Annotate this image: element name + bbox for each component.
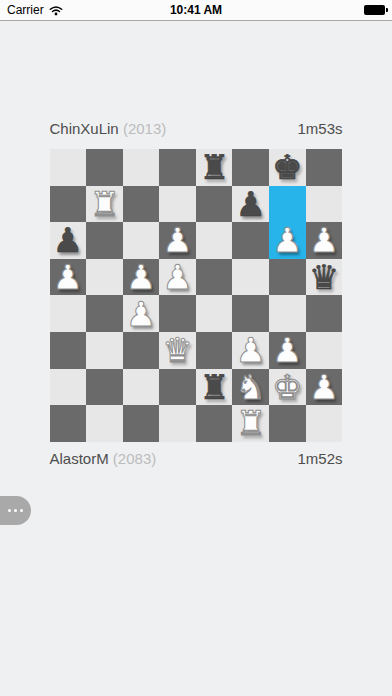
square-f3[interactable]: ♟ (232, 332, 269, 369)
opponent-row: ChinXuLin (2013) 1m53s (50, 120, 343, 142)
square-e2[interactable]: ♜ (196, 369, 233, 406)
square-h7[interactable] (306, 186, 343, 223)
piece-white-pawn: ♟ (53, 260, 83, 294)
square-c2[interactable] (123, 369, 160, 406)
square-e6[interactable] (196, 222, 233, 259)
square-d2[interactable] (159, 369, 196, 406)
piece-white-pawn: ♟ (162, 223, 192, 257)
square-f6[interactable] (232, 222, 269, 259)
piece-black-pawn: ♟ (236, 187, 266, 221)
square-h4[interactable] (306, 295, 343, 332)
chess-board: ♜♚♜♟♟♟♟♟♟♟♟♛♟♛♟♟♜♞♚♟♜ (50, 149, 343, 442)
player-row: AlastorM (2083) 1m52s (50, 450, 343, 472)
square-g1[interactable] (269, 405, 306, 442)
piece-black-rook: ♜ (199, 150, 229, 184)
opponent-name: ChinXuLin (2013) (50, 120, 167, 137)
square-c4[interactable]: ♟ (123, 295, 160, 332)
piece-white-pawn: ♟ (126, 260, 156, 294)
square-g3[interactable]: ♟ (269, 332, 306, 369)
square-b5[interactable] (86, 259, 123, 296)
square-c1[interactable] (123, 405, 160, 442)
piece-white-rook: ♜ (89, 187, 119, 221)
piece-white-pawn: ♟ (126, 297, 156, 331)
square-g6[interactable]: ♟ (269, 222, 306, 259)
status-bar: Carrier 10:41 AM (0, 0, 392, 21)
square-a3[interactable] (50, 332, 87, 369)
square-f2[interactable]: ♞ (232, 369, 269, 406)
square-a8[interactable] (50, 149, 87, 186)
square-a6[interactable]: ♟ (50, 222, 87, 259)
square-g7[interactable] (269, 186, 306, 223)
square-d3[interactable]: ♛ (159, 332, 196, 369)
piece-white-pawn: ♟ (236, 333, 266, 367)
square-d7[interactable] (159, 186, 196, 223)
square-h3[interactable] (306, 332, 343, 369)
square-b3[interactable] (86, 332, 123, 369)
square-b1[interactable] (86, 405, 123, 442)
clock-time: 10:41 AM (170, 3, 222, 17)
square-h5[interactable]: ♛ (306, 259, 343, 296)
piece-black-king: ♚ (272, 150, 302, 184)
square-c6[interactable] (123, 222, 160, 259)
square-b8[interactable] (86, 149, 123, 186)
square-f4[interactable] (232, 295, 269, 332)
opponent-rating: (2013) (123, 120, 166, 137)
opponent-username: ChinXuLin (50, 120, 119, 137)
piece-white-pawn: ♟ (309, 223, 339, 257)
square-a5[interactable]: ♟ (50, 259, 87, 296)
square-h2[interactable]: ♟ (306, 369, 343, 406)
square-e4[interactable] (196, 295, 233, 332)
square-c8[interactable] (123, 149, 160, 186)
square-f8[interactable] (232, 149, 269, 186)
square-b6[interactable] (86, 222, 123, 259)
ellipsis-icon (8, 509, 12, 513)
square-h6[interactable]: ♟ (306, 222, 343, 259)
square-d6[interactable]: ♟ (159, 222, 196, 259)
square-c3[interactable] (123, 332, 160, 369)
piece-white-pawn: ♟ (272, 333, 302, 367)
square-b4[interactable] (86, 295, 123, 332)
square-f7[interactable]: ♟ (232, 186, 269, 223)
piece-black-queen: ♛ (309, 260, 339, 294)
piece-white-knight: ♞ (236, 370, 266, 404)
piece-white-rook: ♜ (236, 406, 266, 440)
square-d4[interactable] (159, 295, 196, 332)
player-rating: (2083) (113, 450, 156, 467)
square-a2[interactable] (50, 369, 87, 406)
piece-white-king: ♚ (272, 370, 302, 404)
square-a1[interactable] (50, 405, 87, 442)
game-view: ChinXuLin (2013) 1m53s ♜♚♜♟♟♟♟♟♟♟♟♛♟♛♟♟♜… (50, 120, 343, 472)
square-d5[interactable]: ♟ (159, 259, 196, 296)
piece-white-pawn: ♟ (272, 223, 302, 257)
square-g2[interactable]: ♚ (269, 369, 306, 406)
square-e5[interactable] (196, 259, 233, 296)
player-clock: 1m52s (297, 450, 342, 467)
square-b7[interactable]: ♜ (86, 186, 123, 223)
square-d1[interactable] (159, 405, 196, 442)
square-b2[interactable] (86, 369, 123, 406)
piece-black-rook: ♜ (199, 370, 229, 404)
square-f1[interactable]: ♜ (232, 405, 269, 442)
player-username: AlastorM (50, 450, 109, 467)
square-d8[interactable] (159, 149, 196, 186)
square-a7[interactable] (50, 186, 87, 223)
square-g5[interactable] (269, 259, 306, 296)
wifi-icon (49, 5, 63, 16)
square-g4[interactable] (269, 295, 306, 332)
square-e7[interactable] (196, 186, 233, 223)
carrier-label: Carrier (7, 3, 44, 17)
square-f5[interactable] (232, 259, 269, 296)
square-e1[interactable] (196, 405, 233, 442)
square-g8[interactable]: ♚ (269, 149, 306, 186)
square-c7[interactable] (123, 186, 160, 223)
square-h1[interactable] (306, 405, 343, 442)
piece-white-pawn: ♟ (309, 370, 339, 404)
piece-white-pawn: ♟ (162, 260, 192, 294)
square-e3[interactable] (196, 332, 233, 369)
square-a4[interactable] (50, 295, 87, 332)
square-c5[interactable]: ♟ (123, 259, 160, 296)
more-menu-tab[interactable] (0, 496, 31, 525)
player-name: AlastorM (2083) (50, 450, 157, 467)
piece-black-pawn: ♟ (53, 223, 83, 257)
opponent-clock: 1m53s (297, 120, 342, 137)
square-h8[interactable] (306, 149, 343, 186)
square-e8[interactable]: ♜ (196, 149, 233, 186)
battery-icon (364, 5, 385, 15)
piece-white-queen: ♛ (162, 333, 192, 367)
